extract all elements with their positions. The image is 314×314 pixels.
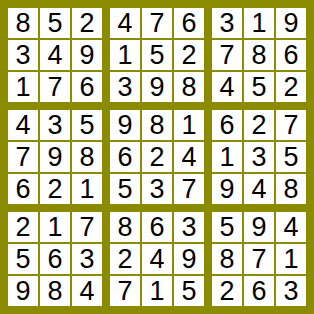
cell-r7c5[interactable]: 6 <box>142 212 172 242</box>
cell-r2c1[interactable]: 3 <box>8 40 38 70</box>
cell-r4c6[interactable]: 1 <box>174 110 204 140</box>
cell-r8c5[interactable]: 4 <box>142 244 172 274</box>
cell-r8c3[interactable]: 3 <box>72 244 102 274</box>
cell-r6c1[interactable]: 6 <box>8 174 38 204</box>
cell-r8c6[interactable]: 9 <box>174 244 204 274</box>
cell-r4c4[interactable]: 9 <box>110 110 140 140</box>
cell-r8c2[interactable]: 6 <box>40 244 70 274</box>
cell-r3c6[interactable]: 8 <box>174 72 204 102</box>
cell-r1c9[interactable]: 9 <box>276 8 306 38</box>
cell-r7c4[interactable]: 8 <box>110 212 140 242</box>
cell-r4c2[interactable]: 3 <box>40 110 70 140</box>
cell-r7c6[interactable]: 3 <box>174 212 204 242</box>
cell-r2c2[interactable]: 4 <box>40 40 70 70</box>
cell-r1c6[interactable]: 6 <box>174 8 204 38</box>
cell-r6c7[interactable]: 9 <box>212 174 242 204</box>
cell-r1c7[interactable]: 3 <box>212 8 242 38</box>
cell-r4c1[interactable]: 4 <box>8 110 38 140</box>
cell-r3c7[interactable]: 4 <box>212 72 242 102</box>
cell-r7c8[interactable]: 9 <box>244 212 274 242</box>
cell-r3c3[interactable]: 6 <box>72 72 102 102</box>
cell-r8c4[interactable]: 2 <box>110 244 140 274</box>
cell-r5c5[interactable]: 2 <box>142 142 172 172</box>
cell-r9c9[interactable]: 3 <box>276 276 306 306</box>
cell-r3c9[interactable]: 2 <box>276 72 306 102</box>
cell-r9c1[interactable]: 9 <box>8 276 38 306</box>
cell-r3c4[interactable]: 3 <box>110 72 140 102</box>
cell-r9c6[interactable]: 5 <box>174 276 204 306</box>
cell-r7c2[interactable]: 1 <box>40 212 70 242</box>
cell-r6c6[interactable]: 7 <box>174 174 204 204</box>
cell-r9c7[interactable]: 2 <box>212 276 242 306</box>
cell-r5c8[interactable]: 3 <box>244 142 274 172</box>
cell-r1c2[interactable]: 5 <box>40 8 70 38</box>
cell-r9c5[interactable]: 1 <box>142 276 172 306</box>
cell-r4c5[interactable]: 8 <box>142 110 172 140</box>
cell-r2c4[interactable]: 1 <box>110 40 140 70</box>
cell-r3c5[interactable]: 9 <box>142 72 172 102</box>
sudoku-board: 8524763193491527861763984524359816277986… <box>0 0 314 314</box>
cell-r6c4[interactable]: 5 <box>110 174 140 204</box>
cell-r5c3[interactable]: 8 <box>72 142 102 172</box>
cell-r1c3[interactable]: 2 <box>72 8 102 38</box>
cell-r5c9[interactable]: 5 <box>276 142 306 172</box>
cell-r8c9[interactable]: 1 <box>276 244 306 274</box>
cell-r4c8[interactable]: 2 <box>244 110 274 140</box>
cell-r3c8[interactable]: 5 <box>244 72 274 102</box>
cell-r7c7[interactable]: 5 <box>212 212 242 242</box>
cell-r6c8[interactable]: 4 <box>244 174 274 204</box>
cell-r9c2[interactable]: 8 <box>40 276 70 306</box>
cell-r5c7[interactable]: 1 <box>212 142 242 172</box>
cell-r5c6[interactable]: 4 <box>174 142 204 172</box>
cell-r7c9[interactable]: 4 <box>276 212 306 242</box>
cell-r1c1[interactable]: 8 <box>8 8 38 38</box>
cell-r5c1[interactable]: 7 <box>8 142 38 172</box>
cell-r2c9[interactable]: 6 <box>276 40 306 70</box>
cell-r4c7[interactable]: 6 <box>212 110 242 140</box>
cell-r2c7[interactable]: 7 <box>212 40 242 70</box>
cell-r3c1[interactable]: 1 <box>8 72 38 102</box>
cell-r4c3[interactable]: 5 <box>72 110 102 140</box>
cell-r2c8[interactable]: 8 <box>244 40 274 70</box>
cell-r6c3[interactable]: 1 <box>72 174 102 204</box>
cell-r2c3[interactable]: 9 <box>72 40 102 70</box>
cell-r7c1[interactable]: 2 <box>8 212 38 242</box>
cell-r5c2[interactable]: 9 <box>40 142 70 172</box>
cell-r3c2[interactable]: 7 <box>40 72 70 102</box>
cell-r9c4[interactable]: 7 <box>110 276 140 306</box>
cell-r7c3[interactable]: 7 <box>72 212 102 242</box>
cell-r8c7[interactable]: 8 <box>212 244 242 274</box>
cell-r8c1[interactable]: 5 <box>8 244 38 274</box>
cell-r1c8[interactable]: 1 <box>244 8 274 38</box>
cell-r1c5[interactable]: 7 <box>142 8 172 38</box>
cell-r9c3[interactable]: 4 <box>72 276 102 306</box>
cell-r6c9[interactable]: 8 <box>276 174 306 204</box>
cell-r8c8[interactable]: 7 <box>244 244 274 274</box>
cell-r6c5[interactable]: 3 <box>142 174 172 204</box>
cell-r9c8[interactable]: 6 <box>244 276 274 306</box>
cell-r2c6[interactable]: 2 <box>174 40 204 70</box>
cell-r2c5[interactable]: 5 <box>142 40 172 70</box>
cell-r4c9[interactable]: 7 <box>276 110 306 140</box>
cell-r5c4[interactable]: 6 <box>110 142 140 172</box>
cell-r1c4[interactable]: 4 <box>110 8 140 38</box>
cell-r6c2[interactable]: 2 <box>40 174 70 204</box>
